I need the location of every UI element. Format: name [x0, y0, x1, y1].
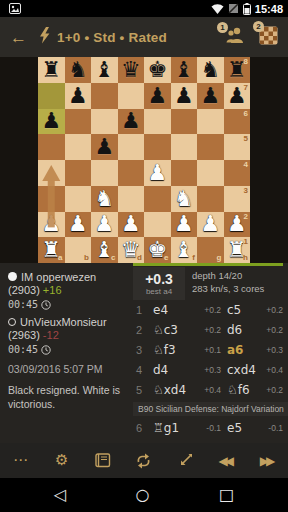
square-a2[interactable]: ♟: [38, 212, 65, 238]
move-number: 3: [136, 344, 153, 356]
white-player-row[interactable]: IM opperwezen (2903) +16: [8, 271, 129, 297]
battery-icon: [243, 3, 251, 15]
black-move[interactable]: a6: [227, 343, 263, 357]
engine-move-column: +0.3 best a4 depth 14/20 283 kn/s, 3 cor…: [133, 263, 288, 443]
white-move[interactable]: d4: [153, 363, 197, 377]
square-e4[interactable]: ♟: [144, 160, 171, 186]
opening-book-button[interactable]: [91, 449, 115, 473]
white-pawn-piece: ♟: [91, 212, 118, 238]
forward-button[interactable]: ▶▶: [255, 449, 279, 473]
game-result-text: Black resigned. White is victorious.: [8, 383, 130, 411]
square-f7[interactable]: ♟: [171, 83, 198, 109]
black-clock-row: 00:45: [8, 344, 129, 355]
black-player-row[interactable]: UnVieuxMonsieur (2963) -12: [8, 316, 129, 342]
square-h4[interactable]: 4: [224, 160, 251, 186]
white-move[interactable]: ♘f3: [153, 343, 197, 357]
square-g1[interactable]: g: [197, 237, 224, 263]
white-pawn-piece: ♟: [38, 212, 65, 238]
white-pawn-piece: ♟: [197, 212, 224, 238]
square-c7[interactable]: [91, 83, 118, 109]
black-move[interactable]: e5: [227, 421, 263, 435]
rank-label: 6: [244, 110, 248, 118]
white-move-eval: +0.2: [197, 305, 227, 315]
square-f5[interactable]: [171, 134, 198, 160]
black-rating-change: -12: [43, 329, 59, 341]
board-area: ♜♞♝♛♚♝♞♜8♟♟♟♟♟7♟♟6♟5♟4♞♞3♟♟♟♟♟♟♟2♜ab♝c♛d…: [0, 57, 288, 263]
screenshot-notification-icon: [9, 3, 21, 14]
engine-meta: depth 14/20 283 kn/s, 3 cores: [185, 267, 264, 300]
settings-button[interactable]: ⚙: [50, 449, 74, 473]
engine-best-move: best a4: [146, 287, 172, 296]
square-a7[interactable]: [38, 83, 65, 109]
flip-board-button[interactable]: [132, 449, 156, 473]
square-a5[interactable]: [38, 134, 65, 160]
white-clock-row: 00:45: [8, 299, 129, 310]
move-list: 1e4+0.2c5+0.22♘c3+0.2d6+0.23♘f3+0.1a6+0.…: [133, 300, 288, 438]
file-label: g: [217, 254, 222, 262]
move-number: 1: [136, 304, 153, 316]
black-move[interactable]: d6: [227, 323, 263, 337]
games-badge: 2: [253, 21, 264, 32]
black-king-piece: ♚: [144, 57, 171, 83]
rank-label: 5: [244, 135, 248, 143]
engine-depth: depth 14/20: [192, 269, 264, 282]
engine-status-row[interactable]: +0.3 best a4 depth 14/20 283 kn/s, 3 cor…: [133, 267, 288, 300]
file-label: c: [111, 254, 115, 262]
engine-speed: 283 kn/s, 3 cores: [192, 282, 264, 295]
white-move[interactable]: ♘xd4: [153, 383, 197, 397]
black-move[interactable]: ♘f6: [227, 383, 263, 397]
status-clock: 15:48: [255, 3, 283, 15]
square-g7[interactable]: ♟: [197, 83, 224, 109]
opening-name: B90 Sicilian Defense: Najdorf Variation: [133, 402, 288, 416]
black-move-eval: +0.2: [263, 325, 288, 335]
black-move-eval: +0.3: [263, 345, 288, 355]
white-move[interactable]: e4: [153, 303, 197, 317]
square-f8[interactable]: ♝: [171, 57, 198, 83]
white-clock: 00:45: [8, 299, 38, 310]
black-rook-piece: ♜: [38, 57, 65, 83]
square-c4[interactable]: [91, 160, 118, 186]
game-date: 03/09/2016 5:07 PM: [8, 363, 129, 375]
square-b2[interactable]: ♟: [65, 212, 92, 238]
square-d8[interactable]: ♛: [118, 57, 145, 83]
black-knight-piece: ♞: [197, 57, 224, 83]
square-b3[interactable]: [65, 186, 92, 212]
square-e8[interactable]: ♚: [144, 57, 171, 83]
square-c1[interactable]: ♝c: [91, 237, 118, 263]
game-setup-title: 1+0 • Std • Rated: [57, 30, 167, 45]
rank-label: 2: [244, 213, 248, 221]
black-knight-piece: ♞: [65, 57, 92, 83]
analysis-toolbar: ⋯ ⚙ ◀◀ ▶▶: [0, 443, 288, 478]
square-h7[interactable]: ♟7: [224, 83, 251, 109]
move-row-6: 6♖g1-0.1e5-0.1: [133, 418, 288, 438]
square-d3[interactable]: [118, 186, 145, 212]
square-g8[interactable]: ♞: [197, 57, 224, 83]
white-move[interactable]: ♖g1: [153, 421, 197, 435]
white-move-eval: +0.3: [197, 365, 227, 375]
black-move[interactable]: c5: [227, 303, 263, 317]
black-pawn-piece: ♟: [118, 109, 145, 135]
android-status-bar: 15:48: [0, 0, 288, 17]
file-label: d: [137, 254, 142, 262]
square-f3[interactable]: ♞: [171, 186, 198, 212]
square-d7[interactable]: [118, 83, 145, 109]
square-f2[interactable]: ♟: [171, 212, 198, 238]
move-number: 6: [136, 422, 153, 434]
file-label: a: [58, 254, 62, 262]
black-clock: 00:45: [8, 344, 38, 355]
white-move-eval: +0.4: [197, 385, 227, 395]
black-bishop-piece: ♝: [171, 57, 198, 83]
square-a4[interactable]: [38, 160, 65, 186]
square-h1[interactable]: ♜1h: [224, 237, 251, 263]
move-row-4: 4d4+0.3cxd4+0.4: [133, 360, 288, 380]
nav-back-button[interactable]: ◁: [54, 487, 66, 503]
black-pawn-piece: ♟: [144, 83, 171, 109]
black-move-eval: -0.1: [263, 423, 288, 433]
square-g3[interactable]: [197, 186, 224, 212]
nav-recents-button[interactable]: □: [219, 487, 234, 503]
move-number: 4: [136, 364, 153, 376]
file-label: e: [164, 254, 168, 262]
white-knight-piece: ♞: [171, 186, 198, 212]
black-pawn-piece: ♟: [171, 83, 198, 109]
black-move[interactable]: cxd4: [227, 363, 263, 377]
clock-icon: [41, 300, 51, 310]
square-e2[interactable]: [144, 212, 171, 238]
square-e5[interactable]: [144, 134, 171, 160]
file-label: h: [243, 254, 248, 262]
move-row-1: 1e4+0.2c5+0.2: [133, 300, 288, 320]
move-number: 2: [136, 324, 153, 336]
square-f6[interactable]: [171, 109, 198, 135]
players-online-button[interactable]: 1: [223, 27, 245, 47]
move-row-2: 2♘c3+0.2d6+0.2: [133, 320, 288, 340]
white-move[interactable]: ♘c3: [153, 323, 197, 337]
rank-label: 4: [244, 161, 248, 169]
square-g5[interactable]: [197, 134, 224, 160]
square-h5[interactable]: 5: [224, 134, 251, 160]
square-d2[interactable]: ♟: [118, 212, 145, 238]
square-h8[interactable]: ♜8: [224, 57, 251, 83]
players-badge: 1: [217, 22, 228, 33]
jump-to-current-button[interactable]: [173, 449, 197, 473]
rank-label: 3: [244, 187, 248, 195]
square-d5[interactable]: [118, 134, 145, 160]
square-h6[interactable]: 6: [224, 109, 251, 135]
move-number: 5: [136, 384, 153, 396]
black-pawn-piece: ♟: [91, 134, 118, 160]
rank-label: 8: [244, 58, 248, 66]
black-move-eval: +0.4: [263, 365, 288, 375]
game-meta-column: IM opperwezen (2903) +16 00:45 UnVieuxMo…: [0, 263, 133, 443]
file-label: f: [192, 254, 195, 262]
engine-eval: +0.3: [145, 272, 173, 287]
clock-icon: [41, 345, 51, 355]
rank-label: 1: [244, 238, 248, 246]
black-move-eval: +0.2: [263, 385, 288, 395]
square-d4[interactable]: [118, 160, 145, 186]
back-button[interactable]: ←: [10, 29, 27, 46]
nav-home-button[interactable]: ○: [136, 487, 150, 503]
white-rating-change: +16: [43, 284, 62, 296]
square-c5[interactable]: ♟: [91, 134, 118, 160]
square-e7[interactable]: ♟: [144, 83, 171, 109]
black-pawn-piece: ♟: [65, 83, 92, 109]
square-g2[interactable]: ♟: [197, 212, 224, 238]
more-options-button[interactable]: ⋯: [9, 449, 33, 473]
white-pawn-piece: ♟: [118, 212, 145, 238]
file-label: b: [84, 254, 89, 262]
square-b4[interactable]: [65, 160, 92, 186]
square-e6[interactable]: [144, 109, 171, 135]
white-move-eval: -0.1: [197, 423, 227, 433]
square-d6[interactable]: ♟: [118, 109, 145, 135]
square-a8[interactable]: ♜: [38, 57, 65, 83]
square-c8[interactable]: ♝: [91, 57, 118, 83]
square-e3[interactable]: [144, 186, 171, 212]
backward-button[interactable]: ◀◀: [214, 449, 238, 473]
square-g4[interactable]: [197, 160, 224, 186]
square-a6[interactable]: ♟: [38, 109, 65, 135]
white-move-eval: +0.2: [197, 325, 227, 335]
white-pawn-piece: ♟: [144, 160, 171, 186]
square-c3[interactable]: ♞: [91, 186, 118, 212]
square-h2[interactable]: ♟2: [224, 212, 251, 238]
black-queen-piece: ♛: [118, 57, 145, 83]
white-pawn-piece: ♟: [171, 212, 198, 238]
square-g6[interactable]: [197, 109, 224, 135]
white-pawn-piece: ♟: [65, 212, 92, 238]
black-color-icon: [8, 318, 16, 326]
move-row-3: 3♘f3+0.1a6+0.3: [133, 340, 288, 360]
analysis-panel: IM opperwezen (2903) +16 00:45 UnVieuxMo…: [0, 263, 288, 443]
square-b5[interactable]: [65, 134, 92, 160]
square-f1[interactable]: ♝f: [171, 237, 198, 263]
black-move-eval: +0.2: [263, 305, 288, 315]
rank-label: 7: [244, 84, 248, 92]
wifi-icon: [211, 4, 224, 14]
square-e1[interactable]: ♚e: [144, 237, 171, 263]
square-b7[interactable]: ♟: [65, 83, 92, 109]
black-pawn-piece: ♟: [197, 83, 224, 109]
engine-eval-box[interactable]: +0.3 best a4: [133, 267, 185, 300]
square-b1[interactable]: b: [65, 237, 92, 263]
no-sim-icon: [228, 3, 239, 14]
square-b6[interactable]: [65, 109, 92, 135]
ongoing-games-button[interactable]: 2: [259, 26, 278, 49]
chess-board[interactable]: ♜♞♝♛♚♝♞♜8♟♟♟♟♟7♟♟6♟5♟4♞♞3♟♟♟♟♟♟♟2♜ab♝c♛d…: [38, 57, 250, 263]
square-d1[interactable]: ♛d: [118, 237, 145, 263]
square-a3[interactable]: [38, 186, 65, 212]
chess-analysis-screen: 15:48 ← 1+0 • Std • Rated 1 2 ♜♞♝♛♚♝♞♜8♟…: [0, 0, 288, 512]
square-f4[interactable]: [171, 160, 198, 186]
square-a1[interactable]: ♜a: [38, 237, 65, 263]
white-color-icon: [8, 272, 17, 281]
bullet-game-icon: [39, 27, 50, 48]
black-pawn-piece: ♟: [38, 109, 65, 135]
engine-progress-bar: [133, 263, 283, 266]
square-h3[interactable]: 3: [224, 186, 251, 212]
app-header: ← 1+0 • Std • Rated 1 2: [0, 17, 288, 57]
white-move-eval: +0.1: [197, 345, 227, 355]
square-b8[interactable]: ♞: [65, 57, 92, 83]
white-knight-piece: ♞: [91, 186, 118, 212]
black-bishop-piece: ♝: [91, 57, 118, 83]
square-c6[interactable]: [91, 109, 118, 135]
square-c2[interactable]: ♟: [91, 212, 118, 238]
android-nav-bar: ◁ ○ □: [0, 478, 288, 512]
move-row-5: 5♘xd4+0.4♘f6+0.2: [133, 380, 288, 400]
